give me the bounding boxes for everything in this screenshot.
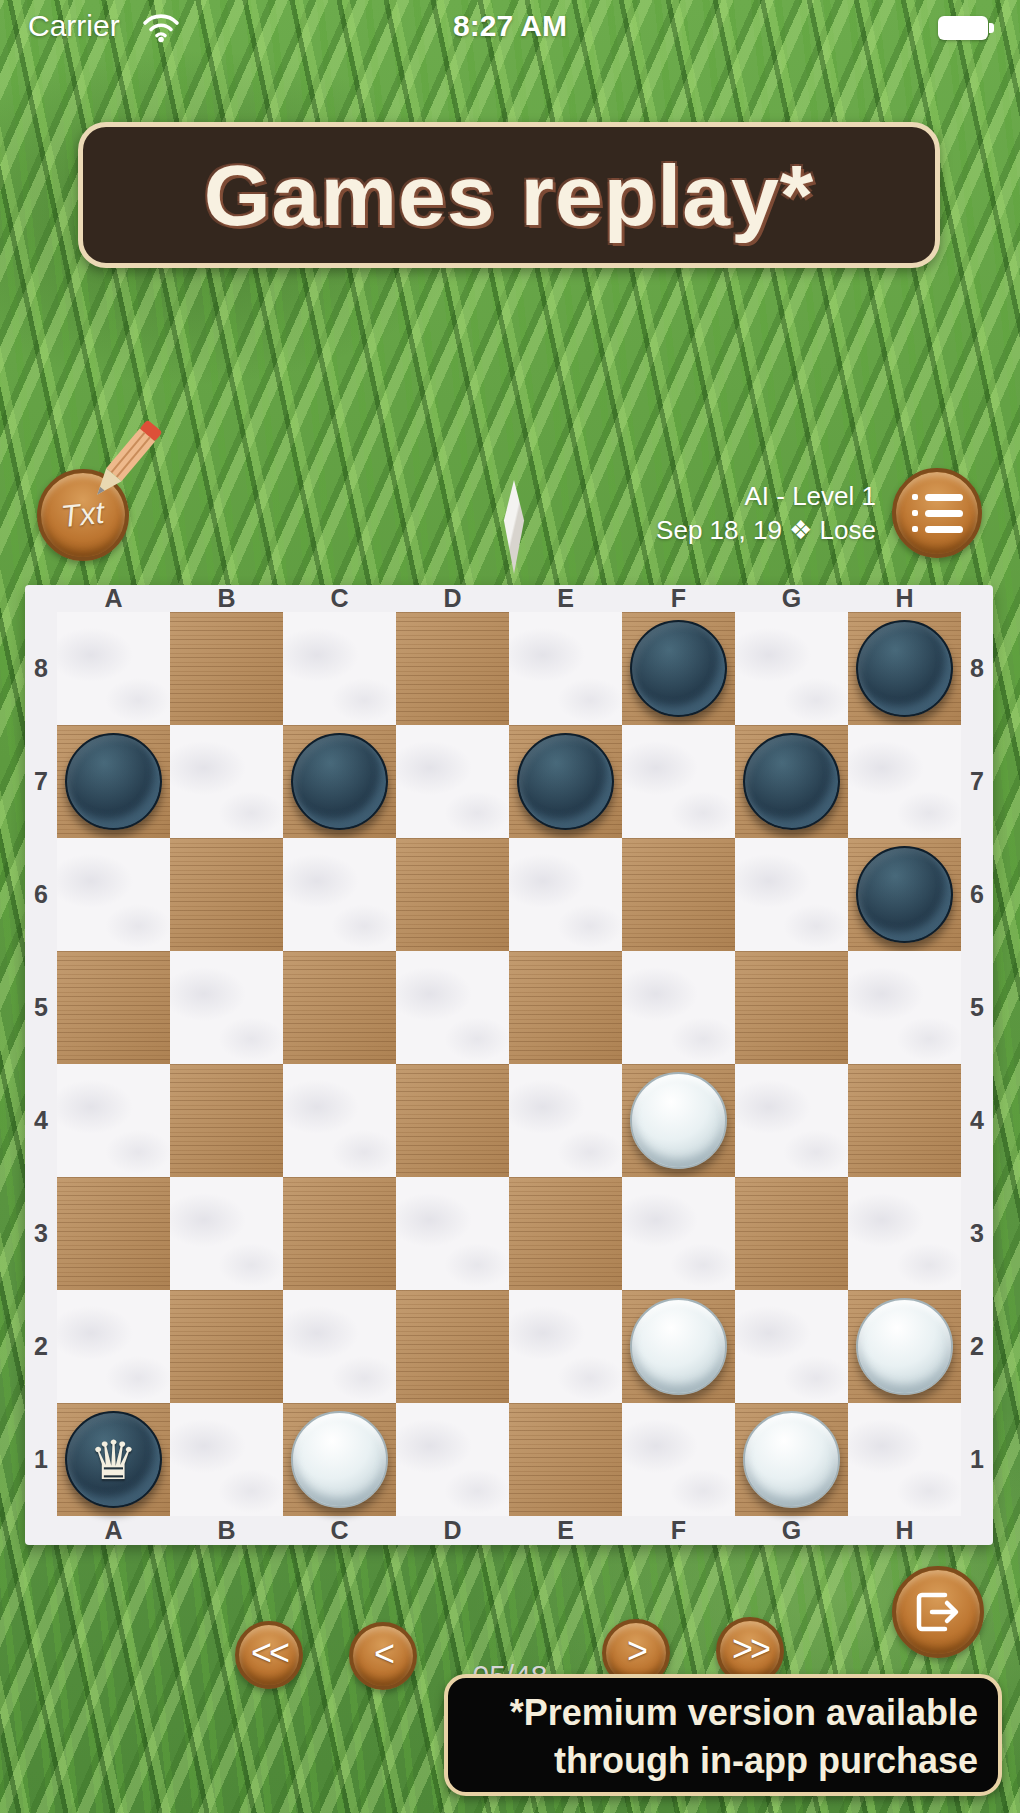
square-f7 [622,725,735,838]
square-e3 [509,1177,622,1290]
previous-move-button[interactable]: < [349,1622,417,1690]
first-move-label: << [251,1632,287,1674]
square-g2 [735,1290,848,1403]
square-c1 [283,1403,396,1516]
txt-notes-button[interactable]: Txt [37,469,129,561]
board-corner [961,1516,993,1545]
piece-white-man-f4 [630,1072,727,1169]
square-b7 [170,725,283,838]
file-label-e: E [509,585,622,612]
previous-move-label: < [374,1633,392,1675]
piece-black-king-a1: ♛ [65,1411,162,1508]
square-f6 [622,838,735,951]
game-list-button[interactable] [892,468,982,558]
status-bar: Carrier 8:27 AM [0,0,1020,52]
rank-label-left-1: 1 [25,1403,57,1516]
game-info: AI - Level 1 Sep 18, 19 ❖ Lose [656,479,876,547]
file-label-c: C [283,585,396,612]
piece-white-man-h2 [856,1298,953,1395]
square-e8 [509,612,622,725]
export-button[interactable] [892,1566,984,1658]
board-corner [25,1516,57,1545]
square-a5 [57,951,170,1064]
file-label-bottom-e: E [509,1516,622,1545]
square-b4 [170,1064,283,1177]
rank-label-right-7: 7 [961,725,993,838]
first-move-button[interactable]: << [235,1621,303,1689]
square-h3 [848,1177,961,1290]
square-d2 [396,1290,509,1403]
file-label-bottom-f: F [622,1516,735,1545]
square-f5 [622,951,735,1064]
premium-notice-line2: through in-app purchase [458,1737,978,1785]
rank-label-left-7: 7 [25,725,57,838]
square-a7 [57,725,170,838]
square-d4 [396,1064,509,1177]
piece-black-man-h8 [856,620,953,717]
square-g1 [735,1403,848,1516]
square-c4 [283,1064,396,1177]
square-f1 [622,1403,735,1516]
file-label-g: G [735,585,848,612]
rank-label-left-3: 3 [25,1177,57,1290]
rank-label-left-8: 8 [25,612,57,725]
square-h2 [848,1290,961,1403]
file-label-bottom-d: D [396,1516,509,1545]
square-h8 [848,612,961,725]
file-label-bottom-h: H [848,1516,961,1545]
file-label-bottom-a: A [57,1516,170,1545]
square-f8 [622,612,735,725]
square-a3 [57,1177,170,1290]
title-banner: Games replay* [78,122,940,268]
square-h1 [848,1403,961,1516]
square-b2 [170,1290,283,1403]
piece-black-man-g7 [743,733,840,830]
rank-label-left-6: 6 [25,838,57,951]
battery-icon [938,16,988,40]
premium-notice: *Premium version available through in-ap… [444,1674,1002,1796]
game-info-result: Sep 18, 19 ❖ Lose [656,513,876,547]
square-d6 [396,838,509,951]
square-c2 [283,1290,396,1403]
square-f2 [622,1290,735,1403]
square-g6 [735,838,848,951]
file-label-a: A [57,585,170,612]
square-c5 [283,951,396,1064]
square-c8 [283,612,396,725]
square-g7 [735,725,848,838]
square-b1 [170,1403,283,1516]
rank-label-left-2: 2 [25,1290,57,1403]
piece-black-man-c7 [291,733,388,830]
file-label-h: H [848,585,961,612]
rank-label-right-6: 6 [961,838,993,951]
board-corner [25,585,57,612]
square-c6 [283,838,396,951]
square-h6 [848,838,961,951]
square-a4 [57,1064,170,1177]
square-h4 [848,1064,961,1177]
page-title: Games replay* [204,146,815,245]
board-corner [961,585,993,612]
piece-white-man-f2 [630,1298,727,1395]
square-e6 [509,838,622,951]
square-c7 [283,725,396,838]
next-move-label: > [627,1630,645,1672]
rank-label-right-8: 8 [961,612,993,725]
square-b6 [170,838,283,951]
rank-label-right-5: 5 [961,951,993,1064]
rank-label-right-1: 1 [961,1403,993,1516]
square-f3 [622,1177,735,1290]
square-g8 [735,612,848,725]
checkers-board: ABCDEFGH887766554433221♛1ABCDEFGH [25,585,993,1545]
rank-label-right-4: 4 [961,1064,993,1177]
last-move-label: >> [732,1628,768,1670]
square-e7 [509,725,622,838]
square-h5 [848,951,961,1064]
file-label-f: F [622,585,735,612]
export-icon [912,1589,964,1635]
square-b5 [170,951,283,1064]
clock: 8:27 AM [0,9,1020,43]
piece-white-man-g1 [743,1411,840,1508]
square-e5 [509,951,622,1064]
piece-black-man-e7 [517,733,614,830]
file-label-b: B [170,585,283,612]
file-label-bottom-b: B [170,1516,283,1545]
file-label-bottom-g: G [735,1516,848,1545]
piece-white-man-c1 [291,1411,388,1508]
rank-label-right-2: 2 [961,1290,993,1403]
square-d8 [396,612,509,725]
file-label-bottom-c: C [283,1516,396,1545]
square-a1: ♛ [57,1403,170,1516]
piece-black-man-f8 [630,620,727,717]
square-d7 [396,725,509,838]
square-e1 [509,1403,622,1516]
square-a2 [57,1290,170,1403]
game-info-opponent: AI - Level 1 [656,479,876,513]
piece-black-man-h6 [856,846,953,943]
square-e4 [509,1064,622,1177]
square-d5 [396,951,509,1064]
screen: Carrier 8:27 AM Games replay* Txt AI - [0,0,1020,1813]
square-d3 [396,1177,509,1290]
rank-label-left-5: 5 [25,951,57,1064]
square-g4 [735,1064,848,1177]
square-g5 [735,951,848,1064]
square-b8 [170,612,283,725]
square-e2 [509,1290,622,1403]
file-label-d: D [396,585,509,612]
square-f4 [622,1064,735,1177]
square-a8 [57,612,170,725]
square-b3 [170,1177,283,1290]
square-g3 [735,1177,848,1290]
square-a6 [57,838,170,951]
piece-black-man-a7 [65,733,162,830]
square-d1 [396,1403,509,1516]
premium-notice-line1: *Premium version available [458,1689,978,1737]
list-icon [912,494,963,533]
square-c3 [283,1177,396,1290]
rank-label-left-4: 4 [25,1064,57,1177]
rank-label-right-3: 3 [961,1177,993,1290]
square-h7 [848,725,961,838]
